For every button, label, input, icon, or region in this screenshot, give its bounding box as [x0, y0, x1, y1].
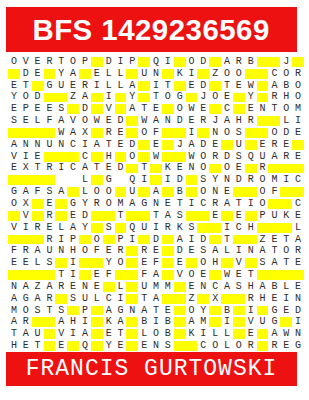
grid-cell-blocked [245, 234, 257, 246]
grid-cell-blocked [55, 293, 67, 305]
grid-cell: R [20, 245, 32, 257]
grid-cell-blocked [174, 305, 186, 317]
grid-cell-blocked [257, 115, 269, 127]
grid-cell: B [221, 305, 233, 317]
grid-cell-blocked [55, 198, 67, 210]
grid-cell: E [44, 222, 56, 234]
grid-cell: E [292, 210, 304, 222]
grid-cell-blocked [55, 92, 67, 104]
grid-cell-blocked [67, 186, 79, 198]
puzzle-grid: OVERTOPDIPQIODARBJDEYAELLUNKIZOOCORETGUE… [8, 56, 304, 352]
grid-cell-blocked [257, 56, 269, 68]
grid-cell: D [115, 115, 127, 127]
grid-cell: O [103, 198, 115, 210]
book-cover: BFS 1429236569 OVERTOPDIPQIODARBJDEYAELL… [0, 0, 309, 400]
grid-cell: T [268, 103, 280, 115]
grid-cell: D [197, 234, 209, 246]
grid-cell-blocked [126, 269, 138, 281]
grid-cell: C [221, 103, 233, 115]
grid-cell: T [174, 198, 186, 210]
grid-cell: I [162, 174, 174, 186]
grid-cell-blocked [103, 281, 115, 293]
grid-cell: B [245, 56, 257, 68]
grid-cell-blocked [162, 269, 174, 281]
title-band: BFS 1429236569 [6, 7, 297, 52]
grid-cell: A [186, 316, 198, 328]
grid-cell: L [209, 328, 221, 340]
grid-cell: E [162, 305, 174, 317]
grid-cell: H [233, 115, 245, 127]
grid-cell: S [174, 210, 186, 222]
grid-cell-blocked [174, 316, 186, 328]
grid-cell-blocked [233, 92, 245, 104]
grid-cell: F [103, 269, 115, 281]
grid-cell: E [174, 163, 186, 175]
grid-cell: A [126, 103, 138, 115]
grid-cell: G [103, 174, 115, 186]
grid-cell: R [44, 234, 56, 246]
grid-cell: W [186, 103, 198, 115]
grid-cell: E [67, 80, 79, 92]
grid-cell: N [150, 68, 162, 80]
grid-cell: I [292, 115, 304, 127]
grid-cell: U [257, 316, 269, 328]
grid-cell: O [233, 68, 245, 80]
grid-cell: U [32, 328, 44, 340]
grid-cell-blocked [138, 56, 150, 68]
grid-cell: O [280, 245, 292, 257]
grid-cell: G [67, 198, 79, 210]
grid-cell: G [8, 186, 20, 198]
grid-cell-blocked [197, 210, 209, 222]
grid-cell-blocked [20, 127, 32, 139]
grid-cell: I [91, 80, 103, 92]
grid-cell: O [91, 234, 103, 246]
grid-cell: R [162, 222, 174, 234]
grid-cell-blocked [138, 80, 150, 92]
grid-cell: A [268, 257, 280, 269]
grid-cell-blocked [280, 163, 292, 175]
grid-cell: T [221, 80, 233, 92]
grid-cell: C [197, 198, 209, 210]
grid-cell: I [126, 234, 138, 246]
grid-cell-blocked [162, 103, 174, 115]
grid-cell-blocked [91, 340, 103, 352]
grid-cell: T [32, 340, 44, 352]
grid-cell-blocked [126, 115, 138, 127]
grid-cell: I [20, 151, 32, 163]
grid-cell: O [79, 115, 91, 127]
grid-cell: A [20, 328, 32, 340]
grid-cell: L [91, 293, 103, 305]
grid-cell-blocked [44, 151, 56, 163]
grid-cell: P [115, 234, 127, 246]
grid-cell: N [209, 186, 221, 198]
grid-cell-blocked [138, 151, 150, 163]
grid-cell: Z [209, 68, 221, 80]
grid-cell-blocked [257, 340, 269, 352]
grid-cell-blocked [209, 305, 221, 317]
grid-cell: A [150, 269, 162, 281]
grid-cell: I [103, 92, 115, 104]
grid-cell: A [126, 80, 138, 92]
grid-cell-blocked [115, 222, 127, 234]
grid-cell: G [268, 316, 280, 328]
grid-cell: T [150, 92, 162, 104]
grid-cell: O [257, 198, 269, 210]
grid-cell-blocked [162, 245, 174, 257]
grid-cell: Z [186, 293, 198, 305]
grid-cell: A [138, 305, 150, 317]
grid-cell: M [292, 103, 304, 115]
grid-cell: T [280, 234, 292, 246]
grid-cell-blocked [197, 68, 209, 80]
grid-cell: K [280, 210, 292, 222]
grid-cell-blocked [115, 103, 127, 115]
grid-cell: N [32, 139, 44, 151]
grid-cell: A [221, 281, 233, 293]
grid-cell: A [20, 186, 32, 198]
grid-cell: E [245, 103, 257, 115]
grid-cell: A [292, 234, 304, 246]
grid-cell: M [197, 316, 209, 328]
grid-cell-blocked [67, 103, 79, 115]
grid-cell-blocked [162, 139, 174, 151]
grid-cell: M [8, 305, 20, 317]
grid-cell-blocked [44, 340, 56, 352]
grid-cell: L [115, 281, 127, 293]
grid-cell: E [67, 281, 79, 293]
grid-cell: Y [197, 305, 209, 317]
grid-cell-blocked [292, 139, 304, 151]
grid-cell: L [292, 222, 304, 234]
grid-cell: O [233, 340, 245, 352]
grid-cell: A [257, 281, 269, 293]
grid-cell: E [233, 163, 245, 175]
grid-cell: W [280, 328, 292, 340]
grid-cell: L [103, 68, 115, 80]
grid-cell: S [197, 245, 209, 257]
grid-cell-blocked [126, 293, 138, 305]
grid-cell: D [221, 151, 233, 163]
grid-cell-blocked [280, 222, 292, 234]
grid-cell-blocked [209, 269, 221, 281]
grid-cell-blocked [91, 328, 103, 340]
grid-cell: G [115, 305, 127, 317]
grid-cell-blocked [79, 257, 91, 269]
grid-cell-blocked [91, 92, 103, 104]
grid-cell: T [268, 245, 280, 257]
grid-cell: I [67, 328, 79, 340]
grid-cell: D [20, 68, 32, 80]
grid-cell: A [268, 328, 280, 340]
grid-cell: T [55, 56, 67, 68]
grid-cell-blocked [8, 210, 20, 222]
grid-cell-blocked [162, 127, 174, 139]
grid-cell: S [233, 127, 245, 139]
grid-cell: Q [126, 222, 138, 234]
grid-cell-blocked [245, 186, 257, 198]
grid-cell-blocked [91, 305, 103, 317]
grid-cell: D [115, 163, 127, 175]
grid-cell-blocked [126, 245, 138, 257]
grid-cell: S [67, 293, 79, 305]
grid-cell: U [233, 139, 245, 151]
grid-cell: N [8, 281, 20, 293]
grid-cell: Y [55, 68, 67, 80]
grid-cell: Z [32, 281, 44, 293]
grid-cell: T [55, 269, 67, 281]
grid-cell-blocked [32, 234, 44, 246]
grid-cell: A [67, 222, 79, 234]
grid-cell: U [126, 186, 138, 198]
grid-cell: O [280, 68, 292, 80]
grid-cell-blocked [257, 68, 269, 80]
grid-cell: C [292, 174, 304, 186]
grid-cell: K [174, 68, 186, 80]
grid-cell: I [115, 56, 127, 68]
grid-cell-blocked [257, 269, 269, 281]
grid-cell-blocked [91, 257, 103, 269]
grid-cell-blocked [209, 163, 221, 175]
grid-cell: C [209, 281, 221, 293]
grid-cell-blocked [233, 293, 245, 305]
grid-cell: M [268, 174, 280, 186]
grid-cell-blocked [103, 234, 115, 246]
grid-cell: O [186, 56, 198, 68]
grid-cell: R [44, 210, 56, 222]
grid-cell: E [292, 257, 304, 269]
grid-cell: M [115, 198, 127, 210]
grid-cell: R [245, 293, 257, 305]
grid-cell: J [209, 115, 221, 127]
grid-cell: I [221, 316, 233, 328]
grid-cell: R [268, 92, 280, 104]
grid-cell: T [8, 328, 20, 340]
grid-cell: A [32, 245, 44, 257]
grid-cell: A [20, 281, 32, 293]
grid-cell: V [8, 222, 20, 234]
grid-cell: O [221, 163, 233, 175]
grid-cell-blocked [245, 163, 257, 175]
grid-cell-blocked [67, 340, 79, 352]
grid-cell: D [174, 245, 186, 257]
grid-cell: K [103, 316, 115, 328]
grid-cell: E [197, 269, 209, 281]
grid-cell-blocked [174, 151, 186, 163]
grid-cell: K [174, 222, 186, 234]
grid-cell: E [103, 245, 115, 257]
grid-cell: C [292, 198, 304, 210]
grid-cell: A [186, 139, 198, 151]
grid-cell: N [245, 245, 257, 257]
grid-cell: X [209, 293, 221, 305]
grid-cell: E [115, 127, 127, 139]
grid-cell: H [245, 222, 257, 234]
grid-cell: H [67, 245, 79, 257]
grid-cell: S [44, 186, 56, 198]
grid-cell: C [67, 163, 79, 175]
grid-cell: R [44, 293, 56, 305]
grid-cell: R [233, 56, 245, 68]
grid-cell-blocked [186, 210, 198, 222]
grid-cell-blocked [115, 92, 127, 104]
grid-cell-blocked [20, 174, 32, 186]
cover-title: BFS 1429236569 [33, 13, 270, 47]
grid-cell: E [32, 151, 44, 163]
grid-cell: O [8, 198, 20, 210]
grid-cell-blocked [32, 198, 44, 210]
grid-cell: E [174, 257, 186, 269]
grid-cell-blocked [32, 80, 44, 92]
grid-cell-blocked [138, 186, 150, 198]
grid-cell: E [233, 80, 245, 92]
grid-cell: O [162, 92, 174, 104]
grid-cell: T [32, 163, 44, 175]
grid-cell: A [257, 245, 269, 257]
grid-cell: A [8, 293, 20, 305]
grid-cell: O [20, 305, 32, 317]
grid-cell: E [186, 115, 198, 127]
grid-cell: O [126, 151, 138, 163]
grid-cell-blocked [233, 186, 245, 198]
grid-cell: A [55, 186, 67, 198]
grid-cell-blocked [67, 305, 79, 317]
grid-cell: E [91, 68, 103, 80]
grid-cell: U [44, 245, 56, 257]
grid-cell: N [20, 139, 32, 151]
grid-cell: B [268, 281, 280, 293]
grid-cell-blocked [67, 151, 79, 163]
grid-cell: A [268, 151, 280, 163]
grid-cell: E [209, 210, 221, 222]
grid-cell-blocked [162, 68, 174, 80]
grid-cell: T [138, 103, 150, 115]
grid-cell: V [233, 257, 245, 269]
grid-cell-blocked [174, 80, 186, 92]
grid-cell-blocked [44, 92, 56, 104]
grid-cell: R [245, 340, 257, 352]
grid-cell-blocked [115, 151, 127, 163]
grid-cell: A [103, 305, 115, 317]
grid-cell: N [126, 305, 138, 317]
grid-cell: E [233, 269, 245, 281]
grid-cell-blocked [209, 234, 221, 246]
grid-cell: Z [67, 92, 79, 104]
grid-cell: R [20, 316, 32, 328]
grid-cell: H [257, 293, 269, 305]
grid-cell: S [257, 257, 269, 269]
grid-cell: E [245, 328, 257, 340]
grid-cell: F [44, 115, 56, 127]
grid-cell: R [32, 222, 44, 234]
grid-cell: E [103, 163, 115, 175]
grid-cell: G [20, 293, 32, 305]
grid-cell: X [20, 163, 32, 175]
grid-cell: D [292, 305, 304, 317]
grid-cell: R [292, 245, 304, 257]
grid-cell: E [150, 139, 162, 151]
grid-cell: O [197, 257, 209, 269]
grid-cell-blocked [233, 328, 245, 340]
grid-cell: I [55, 163, 67, 175]
grid-cell: V [245, 316, 257, 328]
grid-cell: L [221, 340, 233, 352]
grid-cell: I [280, 293, 292, 305]
grid-cell: C [103, 293, 115, 305]
grid-cell: I [162, 56, 174, 68]
grid-cell-blocked [126, 328, 138, 340]
grid-cell: F [150, 127, 162, 139]
grid-cell: Q [79, 340, 91, 352]
grid-cell: A [209, 245, 221, 257]
grid-cell: O [138, 127, 150, 139]
grid-cell: N [55, 139, 67, 151]
grid-cell: I [20, 222, 32, 234]
grid-cell-blocked [79, 68, 91, 80]
grid-cell: L [221, 328, 233, 340]
grid-cell: E [292, 281, 304, 293]
grid-cell: W [91, 115, 103, 127]
grid-cell: I [186, 198, 198, 210]
grid-cell: I [115, 293, 127, 305]
grid-cell: E [8, 80, 20, 92]
grid-cell: G [292, 340, 304, 352]
grid-cell-blocked [245, 68, 257, 80]
grid-cell-blocked [257, 127, 269, 139]
grid-cell: E [280, 139, 292, 151]
grid-cell: T [138, 163, 150, 175]
grid-cell: F [91, 245, 103, 257]
grid-cell: A [79, 328, 91, 340]
grid-cell: E [44, 103, 56, 115]
grid-cell-blocked [233, 316, 245, 328]
grid-cell: O [115, 257, 127, 269]
grid-cell: T [103, 139, 115, 151]
grid-cell-blocked [32, 210, 44, 222]
grid-cell: G [138, 198, 150, 210]
grid-cell: T [44, 305, 56, 317]
grid-cell: N [186, 163, 198, 175]
grid-cell: E [150, 103, 162, 115]
grid-cell: S [233, 281, 245, 293]
grid-cell-blocked [8, 234, 20, 246]
grid-cell: A [268, 80, 280, 92]
grid-cell: W [55, 127, 67, 139]
grid-cell: P [79, 305, 91, 317]
grid-cell: I [280, 174, 292, 186]
grid-cell-blocked [162, 293, 174, 305]
author-name: FRANCIS GURTOWSKI [26, 356, 278, 382]
grid-cell: S [8, 115, 20, 127]
grid-cell: I [150, 80, 162, 92]
grid-cell: E [32, 56, 44, 68]
grid-cell-blocked [186, 174, 198, 186]
grid-cell: N [257, 103, 269, 115]
grid-cell: P [20, 103, 32, 115]
grid-cell: E [91, 281, 103, 293]
grid-cell: G [268, 305, 280, 317]
grid-cell: Y [79, 198, 91, 210]
grid-cell: S [233, 151, 245, 163]
grid-cell-blocked [91, 222, 103, 234]
grid-cell: A [150, 293, 162, 305]
grid-cell-blocked [209, 80, 221, 92]
grid-cell: A [115, 316, 127, 328]
grid-cell: D [32, 92, 44, 104]
grid-cell-blocked [245, 127, 257, 139]
grid-cell-blocked [79, 234, 91, 246]
